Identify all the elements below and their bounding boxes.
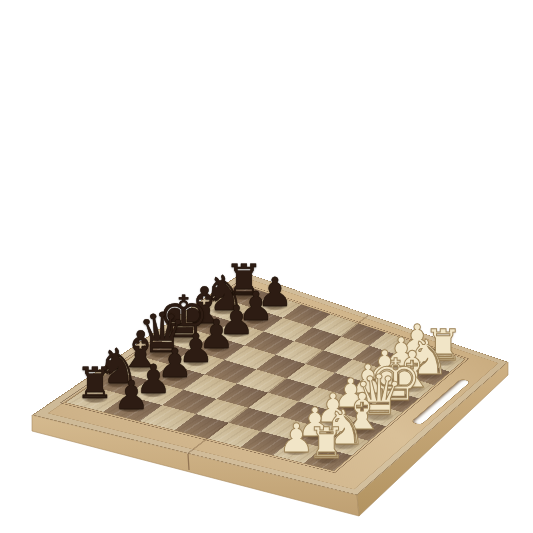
product-photo-stage: ♜♟♞♟♝♟♚♟♛♟♜♟♟♝♞♟♟♞♝♟♟♜♚♟♟♛♟♝♟♞♟♜ [0, 0, 533, 533]
